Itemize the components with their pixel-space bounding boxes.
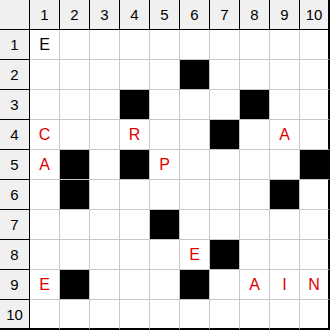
cell-r7c10[interactable] [300, 210, 330, 240]
cell-r4c10[interactable] [300, 120, 330, 150]
cell-r1c10[interactable] [300, 30, 330, 60]
cell-r6c9 [270, 180, 300, 210]
cell-r7c7[interactable] [210, 210, 240, 240]
cell-r10c10[interactable] [300, 300, 330, 330]
cell-r9c10[interactable]: N [300, 270, 330, 300]
row-header-10: 10 [0, 300, 30, 330]
cell-r3c7[interactable] [210, 90, 240, 120]
cell-r3c5[interactable] [150, 90, 180, 120]
corner-cell [0, 0, 30, 30]
cell-r7c2[interactable] [60, 210, 90, 240]
col-header-3: 3 [90, 0, 120, 30]
cell-r5c1[interactable]: A [30, 150, 60, 180]
cell-r8c6[interactable]: E [180, 240, 210, 270]
col-header-4: 4 [120, 0, 150, 30]
cell-r8c8[interactable] [240, 240, 270, 270]
row-header-7: 7 [0, 210, 30, 240]
cell-r9c6 [180, 270, 210, 300]
cell-r2c3[interactable] [90, 60, 120, 90]
col-header-10: 10 [300, 0, 330, 30]
cell-r9c2 [60, 270, 90, 300]
cell-r9c7[interactable] [210, 270, 240, 300]
col-header-8: 8 [240, 0, 270, 30]
cell-r5c5[interactable]: P [150, 150, 180, 180]
col-header-9: 9 [270, 0, 300, 30]
cell-r9c4[interactable] [120, 270, 150, 300]
cell-r5c6[interactable] [180, 150, 210, 180]
crossword-board: 123456789101E234CRA5AP678E9EAIN10 [0, 0, 330, 330]
cell-r10c5[interactable] [150, 300, 180, 330]
cell-r4c6[interactable] [180, 120, 210, 150]
cell-r4c5[interactable] [150, 120, 180, 150]
cell-r4c2[interactable] [60, 120, 90, 150]
cell-r8c1[interactable] [30, 240, 60, 270]
cell-r2c5[interactable] [150, 60, 180, 90]
cell-r6c3[interactable] [90, 180, 120, 210]
cell-r2c10[interactable] [300, 60, 330, 90]
cell-r4c8[interactable] [240, 120, 270, 150]
cell-r6c7[interactable] [210, 180, 240, 210]
cell-r1c8[interactable] [240, 30, 270, 60]
cell-r6c5[interactable] [150, 180, 180, 210]
cell-r5c10 [300, 150, 330, 180]
cell-r2c7[interactable] [210, 60, 240, 90]
cell-r8c4[interactable] [120, 240, 150, 270]
col-header-5: 5 [150, 0, 180, 30]
cell-r9c1[interactable]: E [30, 270, 60, 300]
cell-r10c1[interactable] [30, 300, 60, 330]
cell-r8c7 [210, 240, 240, 270]
cell-r7c8[interactable] [240, 210, 270, 240]
cell-r3c2[interactable] [60, 90, 90, 120]
cell-r2c4[interactable] [120, 60, 150, 90]
cell-r10c6[interactable] [180, 300, 210, 330]
cell-r9c8[interactable]: A [240, 270, 270, 300]
cell-r1c5[interactable] [150, 30, 180, 60]
cell-r7c4[interactable] [120, 210, 150, 240]
cell-r1c9[interactable] [270, 30, 300, 60]
cell-r3c9[interactable] [270, 90, 300, 120]
cell-r2c9[interactable] [270, 60, 300, 90]
row-header-4: 4 [0, 120, 30, 150]
cell-r10c9[interactable] [270, 300, 300, 330]
cell-r4c4[interactable]: R [120, 120, 150, 150]
cell-r4c9[interactable]: A [270, 120, 300, 150]
cell-r5c2 [60, 150, 90, 180]
cell-r8c5[interactable] [150, 240, 180, 270]
cell-r8c10[interactable] [300, 240, 330, 270]
col-header-2: 2 [60, 0, 90, 30]
cell-r3c4 [120, 90, 150, 120]
cell-r3c6[interactable] [180, 90, 210, 120]
cell-r7c9[interactable] [270, 210, 300, 240]
cell-r1c6[interactable] [180, 30, 210, 60]
cell-r7c5 [150, 210, 180, 240]
cell-r3c1[interactable] [30, 90, 60, 120]
col-header-1: 1 [30, 0, 60, 30]
cell-r4c1[interactable]: C [30, 120, 60, 150]
cell-r5c4 [120, 150, 150, 180]
cell-r8c2[interactable] [60, 240, 90, 270]
cell-r7c1[interactable] [30, 210, 60, 240]
cell-r4c3[interactable] [90, 120, 120, 150]
cell-r5c9[interactable] [270, 150, 300, 180]
row-header-3: 3 [0, 90, 30, 120]
cell-r10c7[interactable] [210, 300, 240, 330]
cell-r7c6[interactable] [180, 210, 210, 240]
cell-r3c8 [240, 90, 270, 120]
cell-r9c3[interactable] [90, 270, 120, 300]
cell-r8c9[interactable] [270, 240, 300, 270]
cell-r1c3[interactable] [90, 30, 120, 60]
cell-r2c1[interactable] [30, 60, 60, 90]
cell-r1c7[interactable] [210, 30, 240, 60]
cell-r10c2[interactable] [60, 300, 90, 330]
row-header-6: 6 [0, 180, 30, 210]
cell-r6c4[interactable] [120, 180, 150, 210]
cell-r2c2[interactable] [60, 60, 90, 90]
row-header-9: 9 [0, 270, 30, 300]
cell-r8c3[interactable] [90, 240, 120, 270]
col-header-7: 7 [210, 0, 240, 30]
cell-r6c8[interactable] [240, 180, 270, 210]
cell-r2c8[interactable] [240, 60, 270, 90]
cell-r4c7 [210, 120, 240, 150]
cell-r7c3[interactable] [90, 210, 120, 240]
cell-r3c3[interactable] [90, 90, 120, 120]
cell-r9c5[interactable] [150, 270, 180, 300]
cell-r10c8[interactable] [240, 300, 270, 330]
cell-r6c2 [60, 180, 90, 210]
cell-r1c4[interactable] [120, 30, 150, 60]
cell-r6c10[interactable] [300, 180, 330, 210]
row-header-5: 5 [0, 150, 30, 180]
cell-r5c8[interactable] [240, 150, 270, 180]
cell-r3c10[interactable] [300, 90, 330, 120]
row-header-1: 1 [0, 30, 30, 60]
cell-r1c1[interactable]: E [30, 30, 60, 60]
cell-r6c1[interactable] [30, 180, 60, 210]
cell-r2c6 [180, 60, 210, 90]
cell-r10c3[interactable] [90, 300, 120, 330]
cell-r9c9[interactable]: I [270, 270, 300, 300]
col-header-6: 6 [180, 0, 210, 30]
cell-r5c3[interactable] [90, 150, 120, 180]
cell-r5c7[interactable] [210, 150, 240, 180]
row-header-8: 8 [0, 240, 30, 270]
row-header-2: 2 [0, 60, 30, 90]
cell-r6c6[interactable] [180, 180, 210, 210]
cell-r1c2[interactable] [60, 30, 90, 60]
cell-r10c4[interactable] [120, 300, 150, 330]
